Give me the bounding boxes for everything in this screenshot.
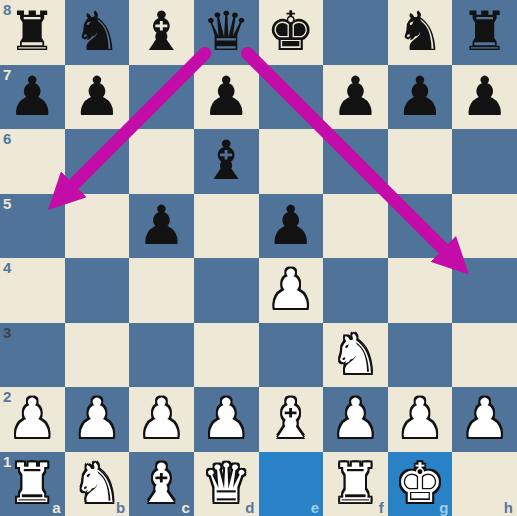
square-c1[interactable]: c♝ (129, 452, 194, 516)
white-rook-piece[interactable]: ♜ (323, 452, 388, 516)
square-h6[interactable] (452, 129, 517, 194)
square-b8[interactable]: ♞ (65, 0, 130, 65)
black-knight-piece[interactable]: ♞ (388, 0, 453, 65)
square-f1[interactable]: f♜ (323, 452, 388, 516)
square-b4[interactable] (65, 258, 130, 323)
square-e3[interactable] (259, 323, 324, 388)
square-b1[interactable]: b♞ (65, 452, 130, 516)
square-g8[interactable]: ♞ (388, 0, 453, 65)
white-rook-piece[interactable]: ♜ (0, 452, 65, 516)
square-b5[interactable] (65, 194, 130, 259)
white-bishop-piece[interactable]: ♝ (259, 387, 324, 452)
square-f2[interactable]: ♟ (323, 387, 388, 452)
black-pawn-piece[interactable]: ♟ (452, 65, 517, 130)
square-d3[interactable] (194, 323, 259, 388)
square-a4[interactable]: 4 (0, 258, 65, 323)
square-c7[interactable] (129, 65, 194, 130)
square-c8[interactable]: ♝ (129, 0, 194, 65)
square-h4[interactable] (452, 258, 517, 323)
square-g7[interactable]: ♟ (388, 65, 453, 130)
white-pawn-piece[interactable]: ♟ (452, 387, 517, 452)
black-rook-piece[interactable]: ♜ (452, 0, 517, 65)
white-pawn-piece[interactable]: ♟ (0, 387, 65, 452)
square-e7[interactable] (259, 65, 324, 130)
square-d2[interactable]: ♟ (194, 387, 259, 452)
rank-label-4: 4 (3, 259, 11, 276)
black-bishop-piece[interactable]: ♝ (129, 0, 194, 65)
file-label-e: e (311, 499, 319, 516)
square-b6[interactable] (65, 129, 130, 194)
black-pawn-piece[interactable]: ♟ (194, 65, 259, 130)
square-e8[interactable]: ♚ (259, 0, 324, 65)
square-d8[interactable]: ♛ (194, 0, 259, 65)
black-knight-piece[interactable]: ♞ (65, 0, 130, 65)
rank-label-5: 5 (3, 195, 11, 212)
square-d7[interactable]: ♟ (194, 65, 259, 130)
square-h7[interactable]: ♟ (452, 65, 517, 130)
square-f5[interactable] (323, 194, 388, 259)
white-pawn-piece[interactable]: ♟ (65, 387, 130, 452)
square-a8[interactable]: 8♜ (0, 0, 65, 65)
square-f8[interactable] (323, 0, 388, 65)
square-a2[interactable]: 2♟ (0, 387, 65, 452)
white-pawn-piece[interactable]: ♟ (129, 387, 194, 452)
black-pawn-piece[interactable]: ♟ (323, 65, 388, 130)
square-f3[interactable]: ♞ (323, 323, 388, 388)
black-pawn-piece[interactable]: ♟ (65, 65, 130, 130)
square-g2[interactable]: ♟ (388, 387, 453, 452)
black-pawn-piece[interactable]: ♟ (259, 194, 324, 259)
black-bishop-piece[interactable]: ♝ (194, 129, 259, 194)
square-a7[interactable]: 7♟ (0, 65, 65, 130)
square-a5[interactable]: 5 (0, 194, 65, 259)
white-knight-piece[interactable]: ♞ (323, 323, 388, 388)
square-h3[interactable] (452, 323, 517, 388)
square-g6[interactable] (388, 129, 453, 194)
square-g5[interactable] (388, 194, 453, 259)
white-pawn-piece[interactable]: ♟ (194, 387, 259, 452)
square-c2[interactable]: ♟ (129, 387, 194, 452)
square-e2[interactable]: ♝ (259, 387, 324, 452)
square-b2[interactable]: ♟ (65, 387, 130, 452)
square-c5[interactable]: ♟ (129, 194, 194, 259)
square-d4[interactable] (194, 258, 259, 323)
white-pawn-piece[interactable]: ♟ (388, 387, 453, 452)
square-b7[interactable]: ♟ (65, 65, 130, 130)
white-queen-piece[interactable]: ♛ (194, 452, 259, 516)
white-pawn-piece[interactable]: ♟ (323, 387, 388, 452)
white-pawn-piece[interactable]: ♟ (259, 258, 324, 323)
square-a3[interactable]: 3 (0, 323, 65, 388)
black-rook-piece[interactable]: ♜ (0, 0, 65, 65)
square-b3[interactable] (65, 323, 130, 388)
white-king-piece[interactable]: ♚ (388, 452, 453, 516)
white-bishop-piece[interactable]: ♝ (129, 452, 194, 516)
rank-label-3: 3 (3, 324, 11, 341)
square-h1[interactable]: h (452, 452, 517, 516)
file-label-h: h (504, 499, 513, 516)
square-e5[interactable]: ♟ (259, 194, 324, 259)
square-g1[interactable]: g♚ (388, 452, 453, 516)
square-e1[interactable]: e (259, 452, 324, 516)
white-knight-piece[interactable]: ♞ (65, 452, 130, 516)
square-f7[interactable]: ♟ (323, 65, 388, 130)
square-f6[interactable] (323, 129, 388, 194)
square-h2[interactable]: ♟ (452, 387, 517, 452)
square-a1[interactable]: 1a♜ (0, 452, 65, 516)
square-e4[interactable]: ♟ (259, 258, 324, 323)
square-e6[interactable] (259, 129, 324, 194)
rank-label-6: 6 (3, 130, 11, 147)
square-d5[interactable] (194, 194, 259, 259)
board-grid: 8♜♞♝♛♚♞♜7♟♟♟♟♟♟6♝5♟♟4♟3♞2♟♟♟♟♝♟♟♟1a♜b♞c♝… (0, 0, 517, 516)
square-a6[interactable]: 6 (0, 129, 65, 194)
black-pawn-piece[interactable]: ♟ (388, 65, 453, 130)
square-g4[interactable] (388, 258, 453, 323)
square-h8[interactable]: ♜ (452, 0, 517, 65)
square-h5[interactable] (452, 194, 517, 259)
square-c4[interactable] (129, 258, 194, 323)
square-f4[interactable] (323, 258, 388, 323)
square-c3[interactable] (129, 323, 194, 388)
chess-board: 8♜♞♝♛♚♞♜7♟♟♟♟♟♟6♝5♟♟4♟3♞2♟♟♟♟♝♟♟♟1a♜b♞c♝… (0, 0, 517, 516)
square-d6[interactable]: ♝ (194, 129, 259, 194)
black-pawn-piece[interactable]: ♟ (129, 194, 194, 259)
black-king-piece[interactable]: ♚ (259, 0, 324, 65)
black-queen-piece[interactable]: ♛ (194, 0, 259, 65)
square-g3[interactable] (388, 323, 453, 388)
square-c6[interactable] (129, 129, 194, 194)
square-d1[interactable]: d♛ (194, 452, 259, 516)
black-pawn-piece[interactable]: ♟ (0, 65, 65, 130)
